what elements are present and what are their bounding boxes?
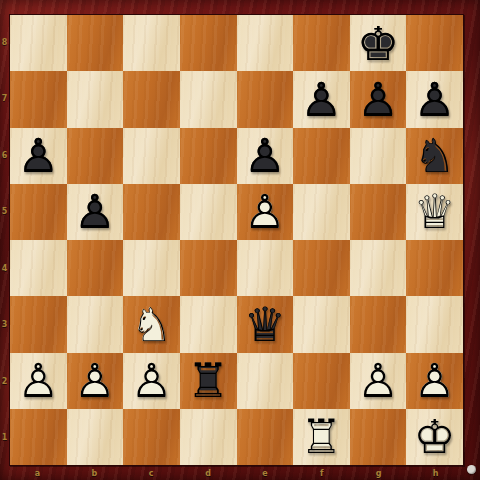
piece-outline-glyph: ♖	[293, 409, 350, 465]
piece-black-pawn[interactable]: ♟♙	[350, 71, 407, 127]
square-a5[interactable]	[10, 184, 67, 240]
square-f4[interactable]	[293, 240, 350, 296]
square-e7[interactable]	[237, 71, 294, 127]
piece-black-pawn[interactable]: ♟♙	[406, 71, 463, 127]
square-b8[interactable]	[67, 15, 124, 71]
square-f2[interactable]	[293, 353, 350, 409]
piece-outline-glyph: ♙	[237, 128, 294, 184]
piece-white-knight[interactable]: ♞♘	[123, 296, 180, 352]
piece-white-pawn[interactable]: ♟♙	[406, 353, 463, 409]
piece-outline-glyph: ♙	[350, 71, 407, 127]
file-label-f: f	[293, 466, 350, 480]
square-d8[interactable]	[180, 15, 237, 71]
square-a2[interactable]: ♟♙	[10, 353, 67, 409]
rank-label-8: 8	[0, 14, 9, 71]
piece-white-king[interactable]: ♚♔	[406, 409, 463, 465]
piece-white-pawn[interactable]: ♟♙	[350, 353, 407, 409]
piece-white-rook[interactable]: ♜♖	[293, 409, 350, 465]
piece-outline-glyph: ♙	[293, 71, 350, 127]
square-d4[interactable]	[180, 240, 237, 296]
piece-black-pawn[interactable]: ♟♙	[293, 71, 350, 127]
piece-black-king[interactable]: ♚♔	[350, 15, 407, 71]
piece-white-pawn[interactable]: ♟♙	[123, 353, 180, 409]
file-label-a: a	[9, 466, 66, 480]
square-d6[interactable]	[180, 128, 237, 184]
file-label-d: d	[180, 466, 237, 480]
piece-outline-glyph: ♙	[67, 184, 124, 240]
piece-black-pawn[interactable]: ♟♙	[67, 184, 124, 240]
square-c4[interactable]	[123, 240, 180, 296]
square-h5[interactable]: ♛♕	[406, 184, 463, 240]
square-h6[interactable]: ♞♘	[406, 128, 463, 184]
piece-black-pawn[interactable]: ♟♙	[237, 128, 294, 184]
square-d5[interactable]	[180, 184, 237, 240]
square-f5[interactable]	[293, 184, 350, 240]
square-a8[interactable]	[10, 15, 67, 71]
rank-label-4: 4	[0, 240, 9, 297]
square-d3[interactable]	[180, 296, 237, 352]
rank-labels: 87654321	[0, 14, 9, 466]
square-h1[interactable]: ♚♔	[406, 409, 463, 465]
piece-outline-glyph: ♘	[406, 128, 463, 184]
piece-white-pawn[interactable]: ♟♙	[67, 353, 124, 409]
piece-outline-glyph: ♔	[350, 15, 407, 71]
piece-outline-glyph: ♙	[123, 353, 180, 409]
square-e8[interactable]	[237, 15, 294, 71]
square-b6[interactable]	[67, 128, 124, 184]
square-c2[interactable]: ♟♙	[123, 353, 180, 409]
chessboard-frame: 87654321 abcdefgh ♚♔♟♙♟♙♟♙♟♙♟♙♞♘♟♙♟♙♛♕♞♘…	[0, 0, 480, 480]
piece-outline-glyph: ♕	[237, 296, 294, 352]
square-b3[interactable]	[67, 296, 124, 352]
square-g6[interactable]	[350, 128, 407, 184]
square-a7[interactable]	[10, 71, 67, 127]
piece-outline-glyph: ♙	[10, 353, 67, 409]
square-h4[interactable]	[406, 240, 463, 296]
file-label-h: h	[407, 466, 464, 480]
piece-white-queen[interactable]: ♛♕	[406, 184, 463, 240]
piece-white-pawn[interactable]: ♟♙	[237, 184, 294, 240]
square-a1[interactable]	[10, 409, 67, 465]
piece-outline-glyph: ♘	[123, 296, 180, 352]
piece-outline-glyph: ♔	[406, 409, 463, 465]
square-c5[interactable]	[123, 184, 180, 240]
piece-outline-glyph: ♖	[180, 353, 237, 409]
square-e1[interactable]	[237, 409, 294, 465]
square-b4[interactable]	[67, 240, 124, 296]
square-a3[interactable]	[10, 296, 67, 352]
square-e6[interactable]: ♟♙	[237, 128, 294, 184]
piece-outline-glyph: ♕	[406, 184, 463, 240]
square-c1[interactable]	[123, 409, 180, 465]
square-h8[interactable]	[406, 15, 463, 71]
square-d1[interactable]	[180, 409, 237, 465]
rank-label-1: 1	[0, 410, 9, 467]
rank-label-6: 6	[0, 127, 9, 184]
square-h3[interactable]	[406, 296, 463, 352]
rank-label-2: 2	[0, 353, 9, 410]
square-f6[interactable]	[293, 128, 350, 184]
piece-black-knight[interactable]: ♞♘	[406, 128, 463, 184]
square-g8[interactable]: ♚♔	[350, 15, 407, 71]
square-g2[interactable]: ♟♙	[350, 353, 407, 409]
square-g3[interactable]	[350, 296, 407, 352]
file-labels: abcdefgh	[9, 466, 464, 480]
square-e2[interactable]	[237, 353, 294, 409]
square-b7[interactable]	[67, 71, 124, 127]
rank-label-5: 5	[0, 184, 9, 241]
square-d7[interactable]	[180, 71, 237, 127]
piece-outline-glyph: ♙	[67, 353, 124, 409]
piece-black-queen[interactable]: ♛♕	[237, 296, 294, 352]
file-label-g: g	[350, 466, 407, 480]
square-h2[interactable]: ♟♙	[406, 353, 463, 409]
file-label-c: c	[123, 466, 180, 480]
rank-label-3: 3	[0, 297, 9, 354]
piece-black-rook[interactable]: ♜♖	[180, 353, 237, 409]
file-label-b: b	[66, 466, 123, 480]
square-c8[interactable]	[123, 15, 180, 71]
square-e5[interactable]: ♟♙	[237, 184, 294, 240]
square-b2[interactable]: ♟♙	[67, 353, 124, 409]
piece-outline-glyph: ♙	[10, 128, 67, 184]
square-g5[interactable]	[350, 184, 407, 240]
rank-label-7: 7	[0, 71, 9, 128]
piece-outline-glyph: ♙	[406, 71, 463, 127]
square-b1[interactable]	[67, 409, 124, 465]
square-b5[interactable]: ♟♙	[67, 184, 124, 240]
square-d2[interactable]: ♜♖	[180, 353, 237, 409]
square-g1[interactable]	[350, 409, 407, 465]
square-e4[interactable]	[237, 240, 294, 296]
square-f7[interactable]: ♟♙	[293, 71, 350, 127]
square-a4[interactable]	[10, 240, 67, 296]
white-to-move-indicator	[467, 465, 476, 474]
file-label-e: e	[237, 466, 294, 480]
piece-outline-glyph: ♙	[237, 184, 294, 240]
square-c3[interactable]: ♞♘	[123, 296, 180, 352]
square-h7[interactable]: ♟♙	[406, 71, 463, 127]
square-f1[interactable]: ♜♖	[293, 409, 350, 465]
chessboard: ♚♔♟♙♟♙♟♙♟♙♟♙♞♘♟♙♟♙♛♕♞♘♛♕♟♙♟♙♟♙♜♖♟♙♟♙♜♖♚♔	[9, 14, 464, 466]
piece-outline-glyph: ♙	[350, 353, 407, 409]
square-g4[interactable]	[350, 240, 407, 296]
square-c6[interactable]	[123, 128, 180, 184]
square-g7[interactable]: ♟♙	[350, 71, 407, 127]
square-c7[interactable]	[123, 71, 180, 127]
piece-outline-glyph: ♙	[406, 353, 463, 409]
square-f3[interactable]	[293, 296, 350, 352]
piece-white-pawn[interactable]: ♟♙	[10, 353, 67, 409]
square-a6[interactable]: ♟♙	[10, 128, 67, 184]
square-e3[interactable]: ♛♕	[237, 296, 294, 352]
square-f8[interactable]	[293, 15, 350, 71]
piece-black-pawn[interactable]: ♟♙	[10, 128, 67, 184]
